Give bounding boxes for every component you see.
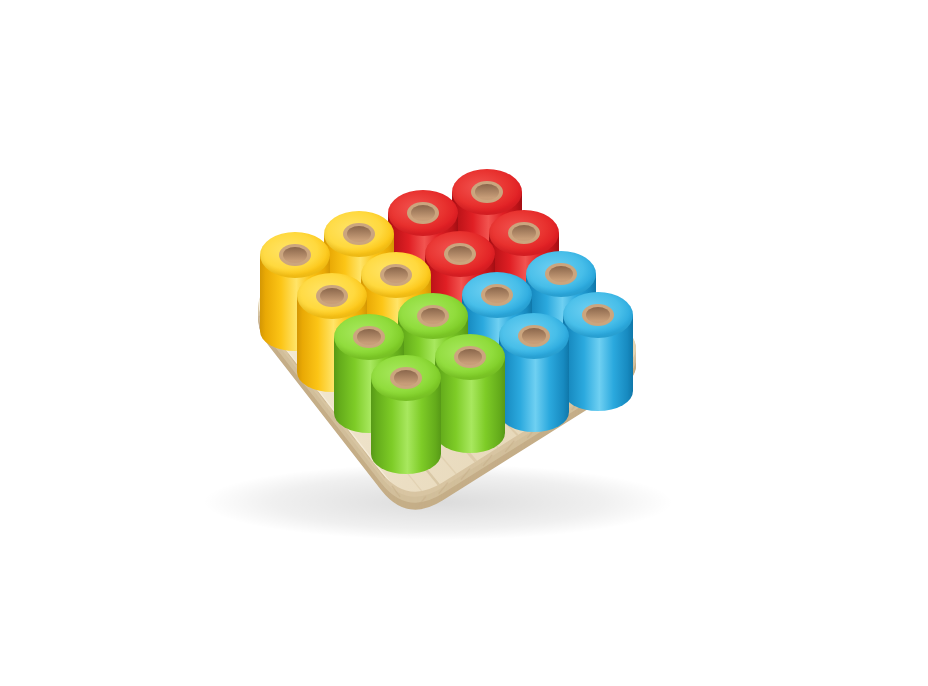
peg-hole: [316, 285, 348, 307]
peg-hole: [417, 305, 449, 327]
cylinder-top-face: [371, 355, 441, 401]
cylinder-top-face: [452, 169, 522, 215]
cylinder-top-face: [462, 272, 532, 318]
peg-hole: [454, 346, 486, 368]
peg-hole: [481, 284, 513, 306]
cylinder-top-face: [398, 293, 468, 339]
cylinder-top-face: [297, 273, 367, 319]
peg-hole: [343, 223, 375, 245]
cylinder-top-face: [324, 211, 394, 257]
peg-hole: [471, 181, 503, 203]
peg-blue-r4c3[interactable]: [499, 313, 569, 432]
peg-hole: [444, 243, 476, 265]
peg-hole-interior: [347, 226, 371, 242]
peg-hole-interior: [357, 329, 381, 345]
peg-hole-interior: [458, 349, 482, 365]
product-photo-stage: [0, 0, 928, 686]
peg-hole: [390, 367, 422, 389]
peg-hole-interior: [549, 266, 573, 282]
peg-hole: [407, 202, 439, 224]
cylinder-top-face: [526, 251, 596, 297]
peg-hole-interior: [384, 267, 408, 283]
peg-hole-interior: [586, 307, 610, 323]
peg-hole-interior: [283, 247, 307, 263]
peg-hole-interior: [320, 288, 344, 304]
peg-green-r4c1[interactable]: [371, 355, 441, 474]
cylinder-top-face: [435, 334, 505, 380]
peg-hole: [582, 304, 614, 326]
peg-hole-interior: [522, 328, 546, 344]
peg-hole-interior: [512, 225, 536, 241]
peg-hole: [353, 326, 385, 348]
cylinder-top-face: [334, 314, 404, 360]
cylinder-top-face: [361, 252, 431, 298]
peg-hole-interior: [394, 370, 418, 386]
cylinder-top-face: [499, 313, 569, 359]
cylinder-top-face: [260, 232, 330, 278]
peg-hole-interior: [475, 184, 499, 200]
peg-hole-interior: [411, 205, 435, 221]
peg-hole-interior: [485, 287, 509, 303]
cylinder-top-face: [425, 231, 495, 277]
cylinder-top-face: [489, 210, 559, 256]
peg-blue-r4c4[interactable]: [563, 292, 633, 411]
cylinder-top-face: [388, 190, 458, 236]
cylinder-top-face: [563, 292, 633, 338]
peg-hole: [380, 264, 412, 286]
pegs-layer: [0, 0, 928, 686]
peg-hole-interior: [421, 308, 445, 324]
peg-hole: [279, 244, 311, 266]
peg-green-r4c2[interactable]: [435, 334, 505, 453]
peg-hole: [545, 263, 577, 285]
peg-hole: [508, 222, 540, 244]
peg-hole: [518, 325, 550, 347]
peg-hole-interior: [448, 246, 472, 262]
